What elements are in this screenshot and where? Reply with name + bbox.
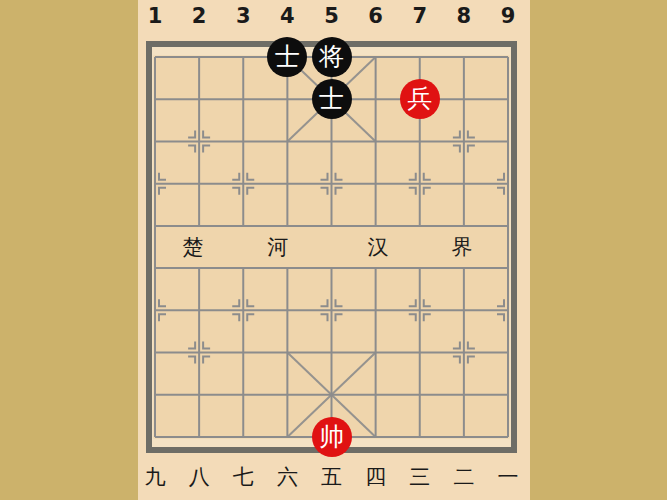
red-soldier-glyph: 兵 bbox=[407, 79, 432, 119]
file-label-top-7: 7 bbox=[403, 3, 437, 29]
file-label-bottom-2: 八 bbox=[182, 464, 216, 490]
black-general-glyph: 将 bbox=[319, 37, 344, 77]
piece-black-general[interactable]: 将 bbox=[312, 37, 352, 77]
river-label-4: 界 bbox=[447, 233, 477, 261]
file-label-top-2: 2 bbox=[182, 3, 216, 29]
file-label-bottom-5: 五 bbox=[315, 464, 349, 490]
red-general-glyph: 帅 bbox=[319, 417, 344, 457]
file-label-bottom-7: 三 bbox=[403, 464, 437, 490]
file-label-top-6: 6 bbox=[359, 3, 393, 29]
file-label-bottom-8: 二 bbox=[447, 464, 481, 490]
river-label-2: 河 bbox=[263, 233, 293, 261]
piece-black-advisor[interactable]: 士 bbox=[312, 79, 352, 119]
file-label-bottom-3: 七 bbox=[226, 464, 260, 490]
file-label-bottom-1: 九 bbox=[138, 464, 172, 490]
file-label-bottom-9: 一 bbox=[491, 464, 525, 490]
file-label-bottom-4: 六 bbox=[270, 464, 304, 490]
file-label-bottom-6: 四 bbox=[359, 464, 393, 490]
file-label-top-1: 1 bbox=[138, 3, 172, 29]
file-label-top-5: 5 bbox=[315, 3, 349, 29]
river-label-3: 汉 bbox=[363, 233, 393, 261]
river-label-1: 楚 bbox=[178, 233, 208, 261]
file-label-top-9: 9 bbox=[491, 3, 525, 29]
piece-red-general[interactable]: 帅 bbox=[312, 417, 352, 457]
black-advisor-glyph: 士 bbox=[319, 79, 344, 119]
file-label-top-4: 4 bbox=[270, 3, 304, 29]
black-advisor-glyph: 士 bbox=[275, 37, 300, 77]
xiangqi-board-screen: 123456789 楚河汉界 士将士兵帅 九八七六五四三二一 bbox=[0, 0, 667, 500]
file-label-top-3: 3 bbox=[226, 3, 260, 29]
piece-red-soldier[interactable]: 兵 bbox=[400, 79, 440, 119]
file-label-top-8: 8 bbox=[447, 3, 481, 29]
